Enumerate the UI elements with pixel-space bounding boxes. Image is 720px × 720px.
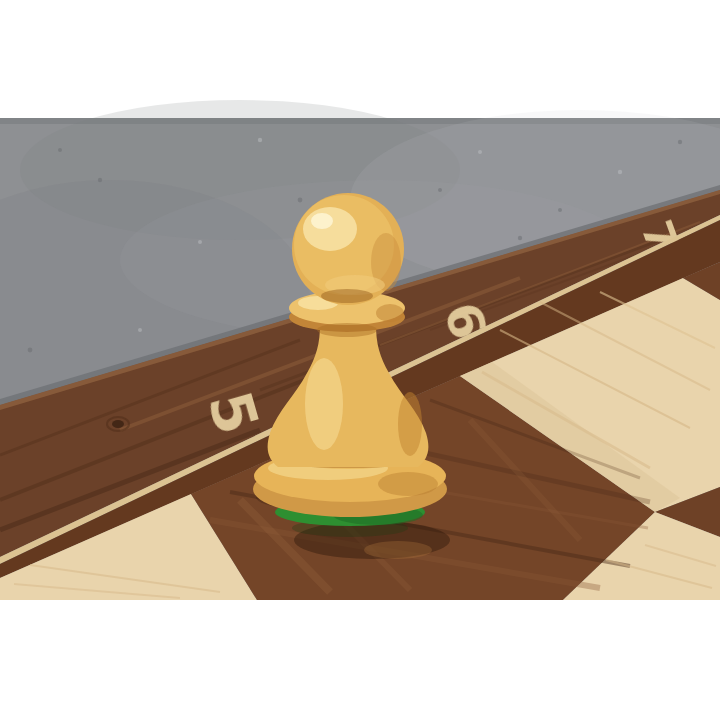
pawn-head — [292, 193, 404, 305]
product-photo: 5 6 7 — [0, 0, 720, 720]
white-matting-bottom — [0, 600, 720, 720]
photo-canvas: 5 6 7 — [0, 0, 720, 720]
